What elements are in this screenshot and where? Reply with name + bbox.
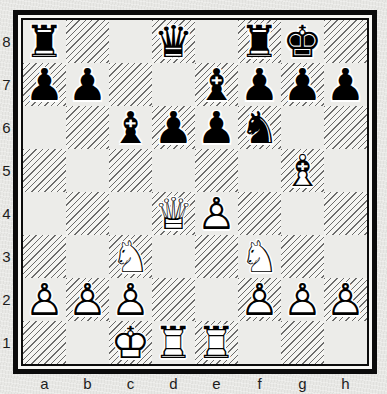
square-a6: [23, 106, 66, 149]
square-c1: ♚♔: [109, 321, 152, 364]
black-pawn-icon: ♟: [66, 63, 109, 106]
square-g3: [281, 235, 324, 278]
square-a2: ♟♙: [23, 278, 66, 321]
white-pawn-icon: ♟: [66, 278, 109, 321]
black-king-icon: ♚: [281, 20, 324, 63]
square-d5: [152, 149, 195, 192]
white-rook-icon: ♜: [152, 321, 195, 364]
square-g5: ♝♗: [281, 149, 324, 192]
rank-labels: 87654321: [0, 20, 13, 364]
black-bishop-icon: ♝: [109, 106, 152, 149]
square-a5: [23, 149, 66, 192]
rank-label-5: 5: [0, 149, 13, 192]
white-pawn-icon: ♟: [23, 278, 66, 321]
white-pawn-outline-icon: ♙: [23, 278, 66, 321]
black-pawn-icon: ♟: [195, 106, 238, 149]
square-d2: [152, 278, 195, 321]
square-b5: [66, 149, 109, 192]
square-h5: [324, 149, 367, 192]
square-b7: ♟: [66, 63, 109, 106]
rank-label-1: 1: [0, 321, 13, 364]
white-rook-icon: ♜: [195, 321, 238, 364]
square-e3: [195, 235, 238, 278]
square-f4: [238, 192, 281, 235]
square-f2: ♟♙: [238, 278, 281, 321]
square-h1: [324, 321, 367, 364]
square-c6: ♝: [109, 106, 152, 149]
square-e7: ♝: [195, 63, 238, 106]
black-pawn-icon: ♟: [152, 106, 195, 149]
square-e2: [195, 278, 238, 321]
black-knight-icon: ♞: [238, 106, 281, 149]
file-label-c: c: [109, 373, 152, 393]
square-g1: [281, 321, 324, 364]
white-queen-icon: ♛: [152, 192, 195, 235]
black-pawn-icon: ♟: [238, 63, 281, 106]
file-label-a: a: [23, 373, 66, 393]
black-pawn-icon: ♟: [324, 63, 367, 106]
black-rook-icon: ♜: [23, 20, 66, 63]
white-knight-icon: ♞: [109, 235, 152, 278]
square-g8: ♚: [281, 20, 324, 63]
square-h4: [324, 192, 367, 235]
square-a7: ♟: [23, 63, 66, 106]
white-knight-outline-icon: ♘: [109, 235, 152, 278]
square-b8: [66, 20, 109, 63]
square-f7: ♟: [238, 63, 281, 106]
white-pawn-outline-icon: ♙: [238, 278, 281, 321]
square-b4: [66, 192, 109, 235]
square-c3: ♞♘: [109, 235, 152, 278]
white-pawn-icon: ♟: [109, 278, 152, 321]
white-pawn-outline-icon: ♙: [195, 192, 238, 235]
white-pawn-icon: ♟: [238, 278, 281, 321]
square-c2: ♟♙: [109, 278, 152, 321]
square-b3: [66, 235, 109, 278]
square-h8: [324, 20, 367, 63]
square-h6: [324, 106, 367, 149]
white-king-outline-icon: ♔: [109, 321, 152, 364]
square-d4: ♛♕: [152, 192, 195, 235]
rank-label-8: 8: [0, 20, 13, 63]
white-pawn-outline-icon: ♙: [109, 278, 152, 321]
white-pawn-outline-icon: ♙: [66, 278, 109, 321]
rank-label-4: 4: [0, 192, 13, 235]
square-e6: ♟: [195, 106, 238, 149]
square-f3: ♞♘: [238, 235, 281, 278]
square-h2: ♟♙: [324, 278, 367, 321]
square-d7: [152, 63, 195, 106]
square-e4: ♟♙: [195, 192, 238, 235]
square-a1: [23, 321, 66, 364]
square-f5: [238, 149, 281, 192]
square-b2: ♟♙: [66, 278, 109, 321]
square-h3: [324, 235, 367, 278]
square-f1: [238, 321, 281, 364]
black-bishop-icon: ♝: [195, 63, 238, 106]
square-f8: ♜: [238, 20, 281, 63]
black-pawn-icon: ♟: [23, 63, 66, 106]
white-rook-outline-icon: ♖: [195, 321, 238, 364]
white-rook-outline-icon: ♖: [152, 321, 195, 364]
white-pawn-outline-icon: ♙: [324, 278, 367, 321]
rank-label-2: 2: [0, 278, 13, 321]
file-label-g: g: [281, 373, 324, 393]
square-d6: ♟: [152, 106, 195, 149]
rank-label-3: 3: [0, 235, 13, 278]
square-c5: [109, 149, 152, 192]
white-pawn-icon: ♟: [324, 278, 367, 321]
white-pawn-icon: ♟: [195, 192, 238, 235]
black-pawn-icon: ♟: [281, 63, 324, 106]
white-knight-icon: ♞: [238, 235, 281, 278]
file-label-e: e: [195, 373, 238, 393]
white-king-icon: ♚: [109, 321, 152, 364]
black-rook-icon: ♜: [238, 20, 281, 63]
square-h7: ♟: [324, 63, 367, 106]
square-e8: [195, 20, 238, 63]
square-e1: ♜♖: [195, 321, 238, 364]
white-pawn-outline-icon: ♙: [281, 278, 324, 321]
square-g4: [281, 192, 324, 235]
file-label-b: b: [66, 373, 109, 393]
square-a8: ♜: [23, 20, 66, 63]
rank-label-6: 6: [0, 106, 13, 149]
square-c8: [109, 20, 152, 63]
square-d1: ♜♖: [152, 321, 195, 364]
square-b6: [66, 106, 109, 149]
square-c4: [109, 192, 152, 235]
square-a4: [23, 192, 66, 235]
file-labels: abcdefgh: [23, 373, 367, 393]
chess-board-frame: ♜♛♜♚♟♟♝♟♟♟♝♟♟♞♝♗♛♕♟♙♞♘♞♘♟♙♟♙♟♙♟♙♟♙♟♙♚♔♜♖…: [13, 10, 377, 374]
black-queen-icon: ♛: [152, 20, 195, 63]
square-b1: [66, 321, 109, 364]
chess-board: ♜♛♜♚♟♟♝♟♟♟♝♟♟♞♝♗♛♕♟♙♞♘♞♘♟♙♟♙♟♙♟♙♟♙♟♙♚♔♜♖…: [21, 18, 369, 366]
square-a3: [23, 235, 66, 278]
square-g2: ♟♙: [281, 278, 324, 321]
square-d8: ♛: [152, 20, 195, 63]
square-f6: ♞: [238, 106, 281, 149]
chess-diagram-page: { "game": "chess", "diagram_style": "pri…: [0, 0, 387, 394]
white-queen-outline-icon: ♕: [152, 192, 195, 235]
file-label-f: f: [238, 373, 281, 393]
square-g6: [281, 106, 324, 149]
square-d3: [152, 235, 195, 278]
white-knight-outline-icon: ♘: [238, 235, 281, 278]
file-label-h: h: [324, 373, 367, 393]
square-g7: ♟: [281, 63, 324, 106]
rank-label-7: 7: [0, 63, 13, 106]
white-bishop-outline-icon: ♗: [281, 149, 324, 192]
square-e5: [195, 149, 238, 192]
white-bishop-icon: ♝: [281, 149, 324, 192]
white-pawn-icon: ♟: [281, 278, 324, 321]
square-c7: [109, 63, 152, 106]
file-label-d: d: [152, 373, 195, 393]
